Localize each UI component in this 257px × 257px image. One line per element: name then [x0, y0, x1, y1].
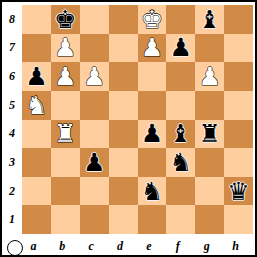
square-a6[interactable]: ♟ [22, 62, 51, 91]
square-h1[interactable] [224, 205, 253, 234]
piece-white-pawn[interactable]: ♟ [83, 64, 105, 89]
square-c1[interactable] [80, 205, 109, 234]
square-f7[interactable]: ♟ [166, 34, 195, 63]
square-b8[interactable]: ♚ [51, 5, 80, 34]
square-h6[interactable] [224, 62, 253, 91]
square-f1[interactable] [166, 205, 195, 234]
square-g5[interactable] [195, 91, 224, 120]
square-b4[interactable]: ♜ [51, 120, 80, 149]
piece-black-knight[interactable]: ♞ [170, 150, 192, 175]
white-to-move-indicator-icon [7, 240, 23, 256]
square-d1[interactable] [109, 205, 138, 234]
square-d7[interactable] [109, 34, 138, 63]
piece-black-pawn[interactable]: ♟ [141, 121, 163, 146]
piece-white-pawn[interactable]: ♟ [54, 64, 76, 89]
rank-label-3: 3 [2, 148, 22, 177]
piece-white-king[interactable]: ♚ [141, 7, 163, 32]
piece-black-king[interactable]: ♚ [54, 7, 76, 32]
square-a7[interactable] [22, 34, 51, 63]
square-e5[interactable] [138, 91, 167, 120]
square-c7[interactable] [80, 34, 109, 63]
square-h2[interactable]: ♛ [224, 177, 253, 206]
piece-white-pawn[interactable]: ♟ [198, 64, 220, 89]
square-c8[interactable] [80, 5, 109, 34]
square-d8[interactable] [109, 5, 138, 34]
square-b6[interactable]: ♟ [51, 62, 80, 91]
square-b3[interactable] [51, 148, 80, 177]
square-b1[interactable] [51, 205, 80, 234]
square-a4[interactable] [22, 120, 51, 149]
square-d6[interactable] [109, 62, 138, 91]
square-f3[interactable]: ♞ [166, 148, 195, 177]
square-e3[interactable] [138, 148, 167, 177]
piece-black-pawn[interactable]: ♟ [25, 64, 47, 89]
piece-black-pawn[interactable]: ♟ [83, 150, 105, 175]
square-d5[interactable] [109, 91, 138, 120]
square-g8[interactable]: ♝ [195, 5, 224, 34]
square-a3[interactable] [22, 148, 51, 177]
square-e1[interactable] [138, 205, 167, 234]
square-a1[interactable] [22, 205, 51, 234]
piece-white-pawn[interactable]: ♟ [141, 35, 163, 60]
square-f6[interactable] [166, 62, 195, 91]
square-h3[interactable] [224, 148, 253, 177]
file-label-b: b [48, 237, 77, 256]
file-labels: a b c d e f g h [22, 237, 253, 256]
piece-black-pawn[interactable]: ♟ [170, 35, 192, 60]
square-a5[interactable]: ♞ [22, 91, 51, 120]
square-d2[interactable] [109, 177, 138, 206]
square-f4[interactable]: ♝ [166, 120, 195, 149]
square-c2[interactable] [80, 177, 109, 206]
chess-diagram: ♚♚♝♟♟♟♟♟♟♟♞♜♟♝♜♟♞♞♛ 8 7 6 5 4 3 2 1 a b … [0, 0, 257, 257]
file-label-g: g [192, 237, 221, 256]
file-label-h: h [221, 237, 250, 256]
file-label-f: f [163, 237, 192, 256]
rank-label-7: 7 [2, 34, 22, 63]
rank-label-5: 5 [2, 91, 22, 120]
square-e2[interactable]: ♞ [138, 177, 167, 206]
rank-label-6: 6 [2, 62, 22, 91]
square-g2[interactable] [195, 177, 224, 206]
square-a8[interactable] [22, 5, 51, 34]
file-label-e: e [135, 237, 164, 256]
rank-label-1: 1 [2, 205, 22, 234]
square-e4[interactable]: ♟ [138, 120, 167, 149]
square-f8[interactable] [166, 5, 195, 34]
file-label-a: a [19, 237, 48, 256]
rank-label-8: 8 [2, 5, 22, 34]
file-label-d: d [106, 237, 135, 256]
chess-board: ♚♚♝♟♟♟♟♟♟♟♞♜♟♝♜♟♞♞♛ [22, 5, 253, 234]
square-c6[interactable]: ♟ [80, 62, 109, 91]
square-c4[interactable] [80, 120, 109, 149]
rank-labels: 8 7 6 5 4 3 2 1 [2, 5, 22, 234]
rank-label-2: 2 [2, 177, 22, 206]
square-e7[interactable]: ♟ [138, 34, 167, 63]
piece-black-rook[interactable]: ♜ [198, 121, 220, 146]
square-b2[interactable] [51, 177, 80, 206]
square-b7[interactable]: ♟ [51, 34, 80, 63]
square-g1[interactable] [195, 205, 224, 234]
square-e6[interactable] [138, 62, 167, 91]
rank-label-4: 4 [2, 120, 22, 149]
square-g6[interactable]: ♟ [195, 62, 224, 91]
square-g7[interactable] [195, 34, 224, 63]
piece-white-rook[interactable]: ♜ [54, 121, 76, 146]
file-label-c: c [77, 237, 106, 256]
square-h7[interactable] [224, 34, 253, 63]
square-g3[interactable] [195, 148, 224, 177]
square-f2[interactable] [166, 177, 195, 206]
square-b5[interactable] [51, 91, 80, 120]
square-h4[interactable] [224, 120, 253, 149]
square-a2[interactable] [22, 177, 51, 206]
square-c5[interactable] [80, 91, 109, 120]
square-f5[interactable] [166, 91, 195, 120]
square-c3[interactable]: ♟ [80, 148, 109, 177]
piece-black-knight[interactable]: ♞ [141, 179, 163, 204]
square-h8[interactable] [224, 5, 253, 34]
piece-black-bishop[interactable]: ♝ [170, 121, 192, 146]
piece-white-pawn[interactable]: ♟ [54, 35, 76, 60]
piece-white-knight[interactable]: ♞ [25, 93, 47, 118]
square-h5[interactable] [224, 91, 253, 120]
square-d4[interactable] [109, 120, 138, 149]
piece-black-bishop[interactable]: ♝ [198, 7, 220, 32]
piece-black-queen[interactable]: ♛ [227, 179, 249, 204]
square-e8[interactable]: ♚ [138, 5, 167, 34]
square-g4[interactable]: ♜ [195, 120, 224, 149]
square-d3[interactable] [109, 148, 138, 177]
